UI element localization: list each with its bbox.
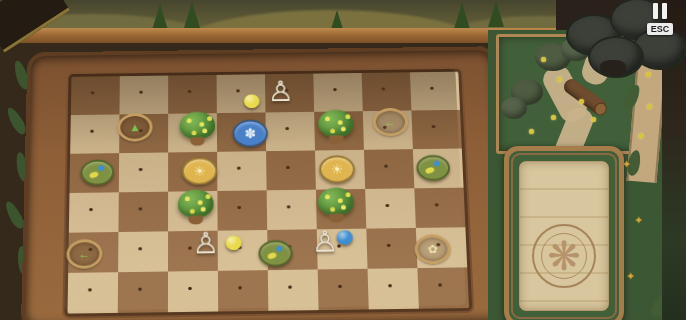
gold-disc-sun-icon: ☀ xyxy=(331,162,344,176)
gold-disc-sun-icon: ☀ xyxy=(193,164,205,178)
piece-gold-disc-sun[interactable]: ☀ xyxy=(182,157,217,185)
flower-icon xyxy=(591,117,596,122)
white-pawn-icon: ♙ xyxy=(192,229,219,259)
flower-icon xyxy=(529,129,534,134)
piece-bush[interactable] xyxy=(318,109,354,137)
flower-icon xyxy=(557,77,562,82)
pause-bar-icon xyxy=(653,3,658,19)
esc-key-hint: ESC xyxy=(647,23,673,35)
wooden-card[interactable]: ❋ xyxy=(519,161,609,311)
piece-ring-token-arrow-left[interactable]: ← xyxy=(66,239,102,269)
flower-icon xyxy=(647,104,652,109)
star-icon: ✦ xyxy=(626,270,635,283)
card-tray: ❋ xyxy=(504,146,624,320)
table-back-beam xyxy=(0,28,560,43)
board-wrap: ♙▲✽←☀☀←♙♙✿ xyxy=(61,66,469,314)
piece-green-disc-seed[interactable] xyxy=(80,159,114,185)
piece-ring-token-flower[interactable]: ✿ xyxy=(414,234,451,264)
flower-icon xyxy=(579,99,584,104)
ring-token-sprout-icon: ▲ xyxy=(129,121,141,132)
pause-bar-icon xyxy=(662,3,667,19)
piece-bush[interactable] xyxy=(178,189,214,217)
flower-icon xyxy=(541,57,546,62)
piece-white-pawn[interactable]: ♙ xyxy=(267,77,294,105)
flower-icon xyxy=(551,115,556,120)
piece-white-pawn[interactable]: ♙ xyxy=(311,227,338,257)
hud: ESC xyxy=(640,3,680,35)
piece-bush[interactable] xyxy=(180,111,215,139)
pieces-layer: ♙▲✽←☀☀←♙♙✿ xyxy=(65,69,466,311)
piece-ring-token-arrow-left[interactable]: ← xyxy=(372,107,408,136)
card-tray-inner: ❋ xyxy=(511,153,617,319)
round-tree-icon xyxy=(501,97,527,119)
pause-button[interactable] xyxy=(640,3,680,19)
star-icon: ✦ xyxy=(634,214,643,227)
game-board-table: ♙▲✽←☀☀←♙♙✿ xyxy=(21,46,510,320)
flower-emblem-ring xyxy=(541,233,587,279)
piece-gold-disc-sun[interactable]: ☀ xyxy=(319,155,355,183)
flower-emblem: ❋ xyxy=(532,224,596,288)
ring-token-arrow-left-icon: ← xyxy=(78,248,90,260)
piece-ring-token-sprout[interactable]: ▲ xyxy=(117,113,152,142)
game-scene: ♙▲✽←☀☀←♙♙✿ xyxy=(0,0,686,320)
flower-icon xyxy=(638,133,643,138)
piece-white-pawn[interactable]: ♙ xyxy=(192,229,219,259)
star-icon: ✦ xyxy=(622,158,631,171)
piece-yellow-ball[interactable] xyxy=(244,94,260,108)
ring-token-arrow-left-icon: ← xyxy=(384,116,396,127)
blue-disc-icon: ✽ xyxy=(244,126,256,139)
white-pawn-icon: ♙ xyxy=(267,77,294,105)
piece-blue-ball[interactable] xyxy=(337,230,353,245)
piece-yellow-ball[interactable] xyxy=(226,235,242,250)
piece-green-disc-seed[interactable] xyxy=(258,239,292,266)
piece-blue-disc[interactable]: ✽ xyxy=(232,119,267,147)
ring-token-flower-icon: ✿ xyxy=(427,243,437,255)
white-pawn-icon: ♙ xyxy=(311,227,338,257)
piece-green-disc-seed[interactable] xyxy=(416,154,450,180)
piece-bush[interactable] xyxy=(318,187,354,215)
